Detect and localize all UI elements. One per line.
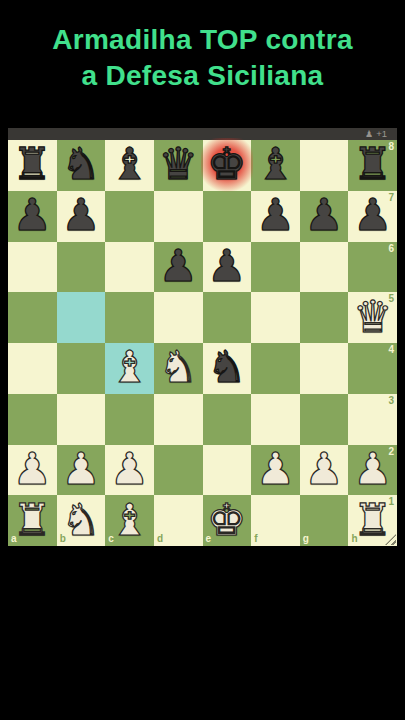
file-label-e: e — [206, 534, 212, 544]
square-h4[interactable]: 4 — [348, 343, 397, 394]
piece-white-rook: ♜ — [13, 498, 52, 542]
square-c3[interactable] — [105, 394, 154, 445]
square-e5[interactable] — [203, 292, 252, 343]
file-label-g: g — [303, 534, 309, 544]
square-e1[interactable]: ♚e — [203, 495, 252, 546]
square-d1[interactable]: d — [154, 495, 203, 546]
square-d3[interactable] — [154, 394, 203, 445]
rank-label-1: 1 — [388, 497, 394, 507]
square-g4[interactable] — [300, 343, 349, 394]
piece-black-pawn: ♟ — [207, 244, 246, 288]
square-b4[interactable] — [57, 343, 106, 394]
piece-black-king: ♚ — [207, 142, 246, 186]
square-f8[interactable]: ♝ — [251, 140, 300, 191]
square-h7[interactable]: ♟7 — [348, 191, 397, 242]
square-g8[interactable] — [300, 140, 349, 191]
pawn-icon: ♟ — [365, 130, 373, 139]
square-h6[interactable]: 6 — [348, 242, 397, 293]
square-b5[interactable] — [57, 292, 106, 343]
file-label-f: f — [254, 534, 257, 544]
piece-white-knight: ♞ — [158, 345, 197, 389]
square-e8[interactable]: ♚ — [203, 140, 252, 191]
piece-black-pawn: ♟ — [13, 193, 52, 237]
square-b3[interactable] — [57, 394, 106, 445]
square-f3[interactable] — [251, 394, 300, 445]
piece-black-pawn: ♟ — [353, 193, 392, 237]
square-b2[interactable]: ♟ — [57, 445, 106, 496]
square-b7[interactable]: ♟ — [57, 191, 106, 242]
piece-black-rook: ♜ — [353, 142, 392, 186]
piece-white-pawn: ♟ — [61, 447, 100, 491]
square-h3[interactable]: 3 — [348, 394, 397, 445]
file-label-h: h — [351, 534, 357, 544]
square-h5[interactable]: ♛5 — [348, 292, 397, 343]
file-label-c: c — [108, 534, 114, 544]
square-e3[interactable] — [203, 394, 252, 445]
square-f2[interactable]: ♟ — [251, 445, 300, 496]
square-b1[interactable]: ♞b — [57, 495, 106, 546]
square-d8[interactable]: ♛ — [154, 140, 203, 191]
square-h8[interactable]: ♜8 — [348, 140, 397, 191]
piece-white-rook: ♜ — [353, 498, 392, 542]
piece-white-knight: ♞ — [61, 498, 100, 542]
square-c4[interactable]: ♝ — [105, 343, 154, 394]
square-c1[interactable]: ♝c — [105, 495, 154, 546]
piece-black-pawn: ♟ — [61, 193, 100, 237]
square-c5[interactable] — [105, 292, 154, 343]
material-advantage: +1 — [376, 129, 387, 139]
square-a2[interactable]: ♟ — [8, 445, 57, 496]
square-d5[interactable] — [154, 292, 203, 343]
piece-black-pawn: ♟ — [304, 193, 343, 237]
square-a1[interactable]: ♜a — [8, 495, 57, 546]
piece-black-pawn: ♟ — [158, 244, 197, 288]
square-a7[interactable]: ♟ — [8, 191, 57, 242]
square-a3[interactable] — [8, 394, 57, 445]
square-g7[interactable]: ♟ — [300, 191, 349, 242]
page-title: Armadilha TOP contra a Defesa Siciliana — [0, 22, 405, 94]
square-d4[interactable]: ♞ — [154, 343, 203, 394]
piece-white-pawn: ♟ — [13, 447, 52, 491]
rank-label-4: 4 — [388, 345, 394, 355]
square-a5[interactable] — [8, 292, 57, 343]
square-c6[interactable] — [105, 242, 154, 293]
file-label-d: d — [157, 534, 163, 544]
file-label-b: b — [60, 534, 66, 544]
square-b6[interactable] — [57, 242, 106, 293]
piece-black-queen: ♛ — [158, 142, 197, 186]
piece-black-bishop: ♝ — [110, 142, 149, 186]
square-h2[interactable]: ♟2 — [348, 445, 397, 496]
square-g3[interactable] — [300, 394, 349, 445]
file-label-a: a — [11, 534, 17, 544]
rank-label-6: 6 — [388, 244, 394, 254]
rank-label-5: 5 — [388, 294, 394, 304]
square-g1[interactable]: g — [300, 495, 349, 546]
piece-white-pawn: ♟ — [256, 447, 295, 491]
square-d6[interactable]: ♟ — [154, 242, 203, 293]
piece-black-bishop: ♝ — [256, 142, 295, 186]
title-line-2: a Defesa Siciliana — [0, 58, 405, 94]
video-frame: Armadilha TOP contra a Defesa Siciliana … — [0, 0, 405, 720]
piece-white-pawn: ♟ — [110, 447, 149, 491]
square-b8[interactable]: ♞ — [57, 140, 106, 191]
rank-label-3: 3 — [388, 396, 394, 406]
square-e4[interactable]: ♞ — [203, 343, 252, 394]
square-g2[interactable]: ♟ — [300, 445, 349, 496]
piece-white-bishop: ♝ — [110, 498, 149, 542]
square-a8[interactable]: ♜ — [8, 140, 57, 191]
piece-white-pawn: ♟ — [304, 447, 343, 491]
piece-white-king: ♚ — [207, 498, 246, 542]
square-a4[interactable] — [8, 343, 57, 394]
square-c2[interactable]: ♟ — [105, 445, 154, 496]
square-f7[interactable]: ♟ — [251, 191, 300, 242]
title-line-1: Armadilha TOP contra — [0, 22, 405, 58]
square-c7[interactable] — [105, 191, 154, 242]
square-g6[interactable] — [300, 242, 349, 293]
piece-black-knight: ♞ — [61, 142, 100, 186]
square-e2[interactable] — [203, 445, 252, 496]
square-d2[interactable] — [154, 445, 203, 496]
piece-black-rook: ♜ — [13, 142, 52, 186]
square-a6[interactable] — [8, 242, 57, 293]
square-h1[interactable]: ♜1h — [348, 495, 397, 546]
square-e7[interactable] — [203, 191, 252, 242]
rank-label-8: 8 — [388, 142, 394, 152]
square-f6[interactable] — [251, 242, 300, 293]
square-d7[interactable] — [154, 191, 203, 242]
square-f5[interactable] — [251, 292, 300, 343]
square-f4[interactable] — [251, 343, 300, 394]
piece-black-knight: ♞ — [207, 345, 246, 389]
piece-black-pawn: ♟ — [256, 193, 295, 237]
piece-white-pawn: ♟ — [353, 447, 392, 491]
piece-white-queen: ♛ — [353, 295, 392, 339]
chess-board: ♜♞♝♛♚♝♜8♟♟♟♟♟7♟♟6♛5♝♞♞43♟♟♟♟♟♟2♜a♞b♝cd♚e… — [8, 140, 397, 546]
rank-label-7: 7 — [388, 193, 394, 203]
rank-label-2: 2 — [388, 447, 394, 457]
square-e6[interactable]: ♟ — [203, 242, 252, 293]
piece-white-bishop: ♝ — [110, 345, 149, 389]
square-f1[interactable]: f — [251, 495, 300, 546]
square-g5[interactable] — [300, 292, 349, 343]
square-c8[interactable]: ♝ — [105, 140, 154, 191]
